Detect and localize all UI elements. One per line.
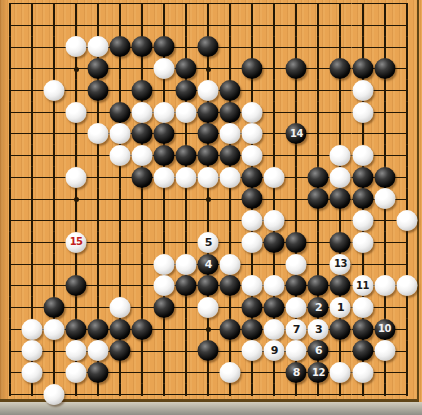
board-cell[interactable] [396, 210, 418, 232]
board-cell[interactable] [87, 189, 109, 211]
board-cell[interactable]: 12 [307, 362, 329, 384]
board-cell[interactable] [131, 319, 153, 341]
board-cell[interactable] [43, 275, 65, 297]
board-cell[interactable] [197, 341, 219, 363]
board-cell[interactable] [21, 167, 43, 189]
board-cell[interactable] [43, 362, 65, 384]
board-cell[interactable] [175, 254, 197, 276]
board-cell[interactable] [197, 319, 219, 341]
board-cell[interactable] [175, 123, 197, 145]
board-cell[interactable] [109, 58, 131, 80]
board-cell[interactable] [153, 189, 175, 211]
board-cell[interactable] [43, 297, 65, 319]
board-cell[interactable] [43, 80, 65, 102]
board-cell[interactable] [352, 254, 374, 276]
board-cell[interactable] [0, 254, 21, 276]
board-cell[interactable] [396, 362, 418, 384]
board-cell[interactable] [263, 319, 285, 341]
board-cell[interactable] [241, 254, 263, 276]
board-cell[interactable] [396, 341, 418, 363]
board-cell[interactable] [374, 275, 396, 297]
board-cell[interactable] [21, 15, 43, 37]
board-cell[interactable] [329, 275, 351, 297]
board-cell[interactable] [329, 232, 351, 254]
board-cell[interactable] [329, 123, 351, 145]
board-cell[interactable] [131, 341, 153, 363]
board-cell[interactable] [65, 102, 87, 124]
board-cell[interactable] [263, 232, 285, 254]
board-cell[interactable] [153, 80, 175, 102]
board-cell[interactable] [153, 37, 175, 59]
board-cell[interactable] [307, 189, 329, 211]
board-cell[interactable]: 2 [307, 297, 329, 319]
board-cell[interactable] [285, 58, 307, 80]
board-cell[interactable] [153, 341, 175, 363]
board-cell[interactable] [131, 210, 153, 232]
board-cell[interactable] [131, 254, 153, 276]
board-cell[interactable] [87, 123, 109, 145]
board-cell[interactable] [65, 210, 87, 232]
board-cell[interactable] [352, 232, 374, 254]
board-cell[interactable] [197, 80, 219, 102]
board-cell[interactable] [0, 210, 21, 232]
board-cell[interactable]: 1 [329, 297, 351, 319]
board-cell[interactable]: 5 [197, 232, 219, 254]
board-cell[interactable] [352, 189, 374, 211]
board-cell[interactable] [175, 297, 197, 319]
board-cell[interactable] [65, 167, 87, 189]
board-cell[interactable] [87, 362, 109, 384]
board-cell[interactable] [175, 189, 197, 211]
board-cell[interactable] [0, 275, 21, 297]
board-cell[interactable] [21, 210, 43, 232]
board-cell[interactable] [43, 15, 65, 37]
board-cell[interactable] [285, 254, 307, 276]
board-cell[interactable] [109, 0, 131, 15]
board-cell[interactable] [0, 58, 21, 80]
board-cell[interactable] [219, 362, 241, 384]
board-cell[interactable] [43, 319, 65, 341]
board-cell[interactable] [396, 145, 418, 167]
board-cell[interactable] [396, 232, 418, 254]
board-cell[interactable] [241, 123, 263, 145]
board-cell[interactable] [329, 58, 351, 80]
board-cell[interactable] [263, 80, 285, 102]
board-cell[interactable] [131, 37, 153, 59]
board-cell[interactable] [87, 145, 109, 167]
board-cell[interactable] [175, 275, 197, 297]
board-cell[interactable] [352, 167, 374, 189]
board-cell[interactable] [352, 210, 374, 232]
board-cell[interactable]: 14 [285, 123, 307, 145]
board-cell[interactable] [65, 362, 87, 384]
board-cell[interactable]: 10 [374, 319, 396, 341]
board-cell[interactable] [87, 37, 109, 59]
board-cell[interactable] [263, 362, 285, 384]
board-cell[interactable] [374, 15, 396, 37]
board-cell[interactable] [241, 189, 263, 211]
board-cell[interactable] [285, 102, 307, 124]
board-cell[interactable] [43, 210, 65, 232]
board-cell[interactable] [374, 189, 396, 211]
board-cell[interactable] [197, 189, 219, 211]
board-cell[interactable] [307, 254, 329, 276]
board-cell[interactable] [374, 80, 396, 102]
board-cell[interactable] [307, 37, 329, 59]
board-cell[interactable] [87, 15, 109, 37]
board-cell[interactable] [65, 189, 87, 211]
board-cell[interactable] [21, 102, 43, 124]
board-cell[interactable] [21, 341, 43, 363]
board-cell[interactable] [131, 0, 153, 15]
board-cell[interactable] [219, 167, 241, 189]
board-cell[interactable] [396, 37, 418, 59]
board-cell[interactable] [241, 362, 263, 384]
board-cell[interactable] [241, 232, 263, 254]
board-cell[interactable] [43, 232, 65, 254]
board-cell[interactable] [285, 189, 307, 211]
board-cell[interactable] [65, 80, 87, 102]
board-cell[interactable] [329, 145, 351, 167]
board-cell[interactable] [43, 341, 65, 363]
board-cell[interactable] [131, 80, 153, 102]
board-cell[interactable]: 4 [197, 254, 219, 276]
board-cell[interactable] [197, 102, 219, 124]
board-cell[interactable] [329, 37, 351, 59]
board-cell[interactable] [131, 145, 153, 167]
board-cell[interactable] [329, 189, 351, 211]
board-cell[interactable] [263, 210, 285, 232]
board-cell[interactable] [307, 123, 329, 145]
board-cell[interactable] [0, 102, 21, 124]
board-cell[interactable] [175, 15, 197, 37]
board-cell[interactable] [21, 254, 43, 276]
board-cell[interactable] [87, 80, 109, 102]
board-cell[interactable] [219, 341, 241, 363]
board-cell[interactable] [43, 167, 65, 189]
board-cell[interactable] [65, 275, 87, 297]
board-cell[interactable] [374, 210, 396, 232]
board-cell[interactable] [65, 0, 87, 15]
board-cell[interactable] [263, 102, 285, 124]
board-cell[interactable] [153, 232, 175, 254]
board-cell[interactable] [21, 123, 43, 145]
board-cell[interactable] [396, 167, 418, 189]
board-cell[interactable] [396, 80, 418, 102]
board-cell[interactable] [87, 102, 109, 124]
board-cell[interactable] [109, 123, 131, 145]
board-cell[interactable] [131, 297, 153, 319]
board-cell[interactable] [109, 167, 131, 189]
board-cell[interactable] [109, 189, 131, 211]
board-cell[interactable] [131, 189, 153, 211]
board-cell[interactable] [65, 254, 87, 276]
board-cell[interactable] [131, 167, 153, 189]
board-cell[interactable] [197, 58, 219, 80]
board-cell[interactable] [109, 145, 131, 167]
board-cell[interactable] [352, 37, 374, 59]
board-cell[interactable]: 8 [285, 362, 307, 384]
board-cell[interactable] [65, 123, 87, 145]
board-cell[interactable] [109, 15, 131, 37]
board-cell[interactable] [87, 254, 109, 276]
board-cell[interactable] [131, 58, 153, 80]
board-cell[interactable] [329, 362, 351, 384]
board-cell[interactable] [396, 123, 418, 145]
board-cell[interactable] [285, 210, 307, 232]
board-cell[interactable] [219, 0, 241, 15]
board-cell[interactable] [352, 362, 374, 384]
board-cell[interactable] [241, 275, 263, 297]
board-cell[interactable] [374, 341, 396, 363]
board-cell[interactable] [87, 319, 109, 341]
board-cell[interactable] [0, 0, 21, 15]
board-cell[interactable] [263, 58, 285, 80]
board-cell[interactable] [153, 15, 175, 37]
board-cell[interactable]: 3 [307, 319, 329, 341]
board-cell[interactable] [21, 297, 43, 319]
board-cell[interactable] [352, 297, 374, 319]
board-cell[interactable] [87, 341, 109, 363]
board-cell[interactable] [175, 362, 197, 384]
board-cell[interactable] [374, 0, 396, 15]
board-cell[interactable] [109, 319, 131, 341]
board-cell[interactable] [175, 145, 197, 167]
board-cell[interactable] [219, 232, 241, 254]
board-cell[interactable] [0, 145, 21, 167]
board-cell[interactable] [0, 362, 21, 384]
board-cell[interactable] [197, 362, 219, 384]
board-cell[interactable] [396, 0, 418, 15]
board-cell[interactable] [307, 102, 329, 124]
board-cell[interactable] [219, 319, 241, 341]
board-cell[interactable] [131, 232, 153, 254]
board-cell[interactable] [153, 123, 175, 145]
board-cell[interactable] [374, 232, 396, 254]
board-cell[interactable] [241, 167, 263, 189]
board-cell[interactable] [263, 0, 285, 15]
board-cell[interactable] [197, 37, 219, 59]
board-cell[interactable] [0, 297, 21, 319]
board-cell[interactable] [307, 15, 329, 37]
board-cell[interactable] [175, 0, 197, 15]
board-cell[interactable]: 15 [65, 232, 87, 254]
board-cell[interactable] [131, 275, 153, 297]
board-cell[interactable] [285, 167, 307, 189]
board-cell[interactable] [285, 341, 307, 363]
board-cell[interactable] [352, 58, 374, 80]
board-cell[interactable] [219, 58, 241, 80]
board-cell[interactable] [197, 0, 219, 15]
board-cell[interactable] [0, 80, 21, 102]
board-cell[interactable] [0, 319, 21, 341]
board-cell[interactable] [175, 319, 197, 341]
board-cell[interactable] [109, 102, 131, 124]
board-cell[interactable] [21, 232, 43, 254]
board-cell[interactable] [65, 341, 87, 363]
board-cell[interactable] [43, 254, 65, 276]
board-cell[interactable] [241, 297, 263, 319]
board-cell[interactable] [197, 123, 219, 145]
board-cell[interactable] [374, 123, 396, 145]
board-cell[interactable] [109, 80, 131, 102]
board-cell[interactable] [307, 0, 329, 15]
board-cell[interactable] [153, 58, 175, 80]
board-cell[interactable] [131, 123, 153, 145]
board-cell[interactable] [87, 297, 109, 319]
board-cell[interactable] [0, 15, 21, 37]
board-cell[interactable] [352, 102, 374, 124]
board-cell[interactable] [219, 145, 241, 167]
board-cell[interactable] [263, 37, 285, 59]
board-cell[interactable] [175, 210, 197, 232]
board-cell[interactable] [307, 80, 329, 102]
board-cell[interactable] [329, 167, 351, 189]
board-cell[interactable] [219, 102, 241, 124]
board-cell[interactable] [241, 210, 263, 232]
board-cell[interactable] [197, 167, 219, 189]
board-cell[interactable] [109, 362, 131, 384]
board-cell[interactable] [307, 58, 329, 80]
board-cell[interactable] [396, 297, 418, 319]
board-cell[interactable] [263, 189, 285, 211]
board-cell[interactable] [219, 210, 241, 232]
board-cell[interactable] [374, 362, 396, 384]
board-cell[interactable] [0, 341, 21, 363]
board-cell[interactable]: 6 [307, 341, 329, 363]
board-cell[interactable] [65, 15, 87, 37]
board-cell[interactable] [241, 80, 263, 102]
board-cell[interactable] [241, 37, 263, 59]
board-cell[interactable] [153, 167, 175, 189]
board-cell[interactable] [153, 319, 175, 341]
board-cell[interactable] [285, 275, 307, 297]
board-cell[interactable] [307, 210, 329, 232]
board-cell[interactable] [396, 15, 418, 37]
board-cell[interactable] [43, 58, 65, 80]
board-cell[interactable] [175, 80, 197, 102]
board-cell[interactable] [0, 232, 21, 254]
board-cell[interactable] [175, 167, 197, 189]
board-cell[interactable] [65, 297, 87, 319]
board-cell[interactable] [352, 145, 374, 167]
board-cell[interactable] [396, 58, 418, 80]
board-cell[interactable] [21, 189, 43, 211]
board-cell[interactable] [263, 145, 285, 167]
board-cell[interactable] [175, 232, 197, 254]
board-cell[interactable] [285, 80, 307, 102]
board-cell[interactable] [197, 15, 219, 37]
board-cell[interactable] [307, 145, 329, 167]
board-cell[interactable] [241, 102, 263, 124]
board-cell[interactable] [131, 15, 153, 37]
board-cell[interactable] [197, 297, 219, 319]
board-cell[interactable] [219, 297, 241, 319]
board-cell[interactable] [219, 123, 241, 145]
board-cell[interactable] [197, 275, 219, 297]
board-cell[interactable] [21, 80, 43, 102]
board-cell[interactable] [219, 275, 241, 297]
board-cell[interactable] [329, 80, 351, 102]
board-cell[interactable] [396, 275, 418, 297]
board-cell[interactable] [241, 341, 263, 363]
board-cell[interactable] [263, 254, 285, 276]
board-cell[interactable] [352, 123, 374, 145]
board-cell[interactable] [374, 167, 396, 189]
board-cell[interactable] [219, 80, 241, 102]
board-cell[interactable] [219, 37, 241, 59]
board-cell[interactable] [285, 232, 307, 254]
board-cell[interactable] [21, 0, 43, 15]
board-cell[interactable] [352, 80, 374, 102]
board-cell[interactable] [329, 15, 351, 37]
board-cell[interactable] [109, 210, 131, 232]
board-cell[interactable] [241, 145, 263, 167]
board-cell[interactable] [87, 0, 109, 15]
board-cell[interactable] [65, 37, 87, 59]
board-cell[interactable] [43, 102, 65, 124]
board-cell[interactable] [0, 167, 21, 189]
board-cell[interactable] [21, 145, 43, 167]
board-cell[interactable] [263, 15, 285, 37]
board-cell[interactable] [153, 0, 175, 15]
board-cell[interactable] [374, 297, 396, 319]
board-cell[interactable]: 13 [329, 254, 351, 276]
board-cell[interactable] [0, 123, 21, 145]
board-cell[interactable] [329, 341, 351, 363]
board-cell[interactable] [43, 0, 65, 15]
board-cell[interactable] [109, 341, 131, 363]
board-cell[interactable] [21, 362, 43, 384]
board-cell[interactable] [219, 189, 241, 211]
board-cell[interactable] [241, 0, 263, 15]
board-cell[interactable] [374, 254, 396, 276]
board-cell[interactable] [396, 319, 418, 341]
board-cell[interactable] [285, 0, 307, 15]
board-cell[interactable] [352, 0, 374, 15]
board-cell[interactable] [43, 145, 65, 167]
board-cell[interactable] [43, 123, 65, 145]
board-cell[interactable] [285, 297, 307, 319]
board-cell[interactable] [352, 319, 374, 341]
board-cell[interactable] [374, 37, 396, 59]
board-cell[interactable] [175, 58, 197, 80]
board-cell[interactable] [109, 232, 131, 254]
board-cell[interactable] [153, 145, 175, 167]
board-cell[interactable] [43, 189, 65, 211]
board-cell[interactable] [263, 297, 285, 319]
board-cell[interactable] [131, 102, 153, 124]
board-cell[interactable] [21, 275, 43, 297]
board-cell[interactable]: 7 [285, 319, 307, 341]
board-cell[interactable] [87, 58, 109, 80]
board-cell[interactable] [109, 297, 131, 319]
board-cell[interactable] [263, 167, 285, 189]
board-cell[interactable] [21, 319, 43, 341]
board-cell[interactable] [175, 37, 197, 59]
board-cell[interactable] [153, 254, 175, 276]
board-cell[interactable] [65, 58, 87, 80]
board-cell[interactable]: 11 [352, 275, 374, 297]
board-cell[interactable] [197, 210, 219, 232]
board-cell[interactable] [307, 167, 329, 189]
board-cell[interactable] [65, 145, 87, 167]
board-cell[interactable] [396, 254, 418, 276]
board-cell[interactable] [374, 102, 396, 124]
board-cell[interactable] [352, 341, 374, 363]
board-cell[interactable] [153, 362, 175, 384]
board-cell[interactable] [307, 232, 329, 254]
